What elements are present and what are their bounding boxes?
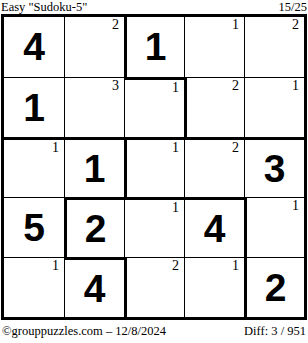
cell-r3c1[interactable]: 1 — [4, 137, 64, 197]
cell-r4c2: 2 — [64, 197, 124, 257]
cell-r1c5[interactable]: 2 — [244, 17, 304, 77]
pencil-mark: 1 — [172, 140, 179, 156]
cell-r5c3[interactable]: 2 — [124, 257, 184, 317]
cell-r3c5: 3 — [244, 137, 304, 197]
cell-r3c2: 1 — [64, 137, 124, 197]
given-value: 1 — [65, 140, 124, 197]
progress-counter: 15/25 — [279, 1, 307, 13]
pencil-mark: 1 — [292, 198, 299, 214]
pencil-mark: 3 — [112, 78, 119, 94]
cell-r4c5[interactable]: 1 — [244, 197, 304, 257]
given-value: 5 — [4, 198, 64, 257]
sudoku-board: 4211213121111235214114212 — [1, 14, 307, 320]
pencil-mark: 2 — [292, 17, 299, 33]
cell-r2c3[interactable]: 1 — [124, 77, 184, 137]
given-value: 1 — [4, 78, 64, 137]
cell-r1c1: 4 — [4, 17, 64, 77]
cell-r3c4[interactable]: 2 — [184, 137, 244, 197]
cell-r5c1[interactable]: 1 — [4, 257, 64, 317]
given-value: 4 — [185, 200, 244, 257]
pencil-mark: 1 — [172, 200, 179, 216]
puzzle-page: Easy "Sudoku-5" 15/25 421121312111123521… — [0, 0, 308, 343]
pencil-mark: 2 — [232, 78, 239, 94]
cell-r3c3[interactable]: 1 — [124, 137, 184, 197]
given-value: 4 — [4, 17, 64, 77]
cell-r4c1: 5 — [4, 197, 64, 257]
pencil-mark: 1 — [232, 258, 239, 274]
cell-r2c4[interactable]: 2 — [184, 77, 244, 137]
footer-difficulty: Diff: 3 / 951 — [244, 325, 306, 338]
pencil-mark: 1 — [232, 17, 239, 33]
cell-r5c5: 2 — [244, 257, 304, 317]
cell-r1c3: 1 — [124, 17, 184, 77]
cell-r4c3[interactable]: 1 — [124, 197, 184, 257]
pencil-mark: 1 — [52, 258, 59, 274]
cell-r4c4: 4 — [184, 197, 244, 257]
puzzle-footer: ©grouppuzzles.com – 12/8/2024 Diff: 3 / … — [0, 320, 308, 338]
cell-r2c1: 1 — [4, 77, 64, 137]
cell-r1c2[interactable]: 2 — [64, 17, 124, 77]
given-value: 1 — [127, 17, 184, 77]
puzzle-header: Easy "Sudoku-5" 15/25 — [0, 0, 308, 14]
pencil-mark: 1 — [172, 80, 179, 96]
pencil-mark: 2 — [172, 258, 179, 274]
cell-r5c2: 4 — [64, 257, 124, 317]
puzzle-title: Easy "Sudoku-5" — [1, 1, 87, 13]
given-value: 3 — [245, 140, 304, 197]
cell-r2c5[interactable]: 1 — [244, 77, 304, 137]
given-value: 4 — [65, 260, 124, 317]
given-value: 2 — [67, 200, 124, 257]
pencil-mark: 2 — [232, 140, 239, 156]
pencil-mark: 2 — [112, 17, 119, 33]
given-value: 2 — [247, 258, 304, 317]
pencil-mark: 1 — [292, 78, 299, 94]
cell-r1c4[interactable]: 1 — [184, 17, 244, 77]
pencil-mark: 1 — [52, 140, 59, 156]
cell-r2c2[interactable]: 3 — [64, 77, 124, 137]
footer-credit: ©grouppuzzles.com – 12/8/2024 — [2, 325, 166, 338]
cell-r5c4[interactable]: 1 — [184, 257, 244, 317]
